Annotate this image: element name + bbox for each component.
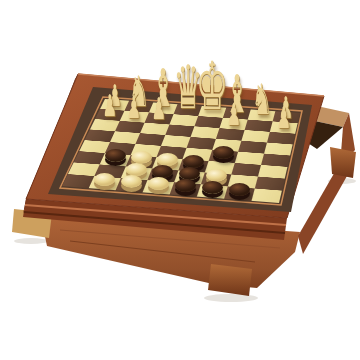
box-foot-center	[208, 264, 252, 296]
box-foot-right	[330, 147, 356, 178]
box-front-right-face	[298, 170, 347, 254]
chessboard-grid	[62, 99, 300, 203]
foot-shadow	[204, 294, 258, 302]
square	[170, 182, 201, 196]
square	[197, 184, 228, 198]
square	[224, 186, 255, 200]
square	[252, 189, 282, 203]
product-photo: ♟♞♝♛♚♝♞♟♟♟♟♟♟	[0, 0, 360, 360]
foot-shadow	[14, 238, 48, 244]
